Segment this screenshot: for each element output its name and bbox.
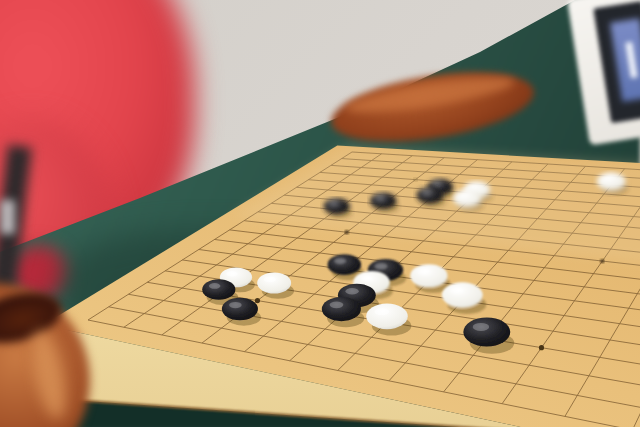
go-board [0, 0, 640, 427]
go-game-photo [0, 0, 640, 427]
